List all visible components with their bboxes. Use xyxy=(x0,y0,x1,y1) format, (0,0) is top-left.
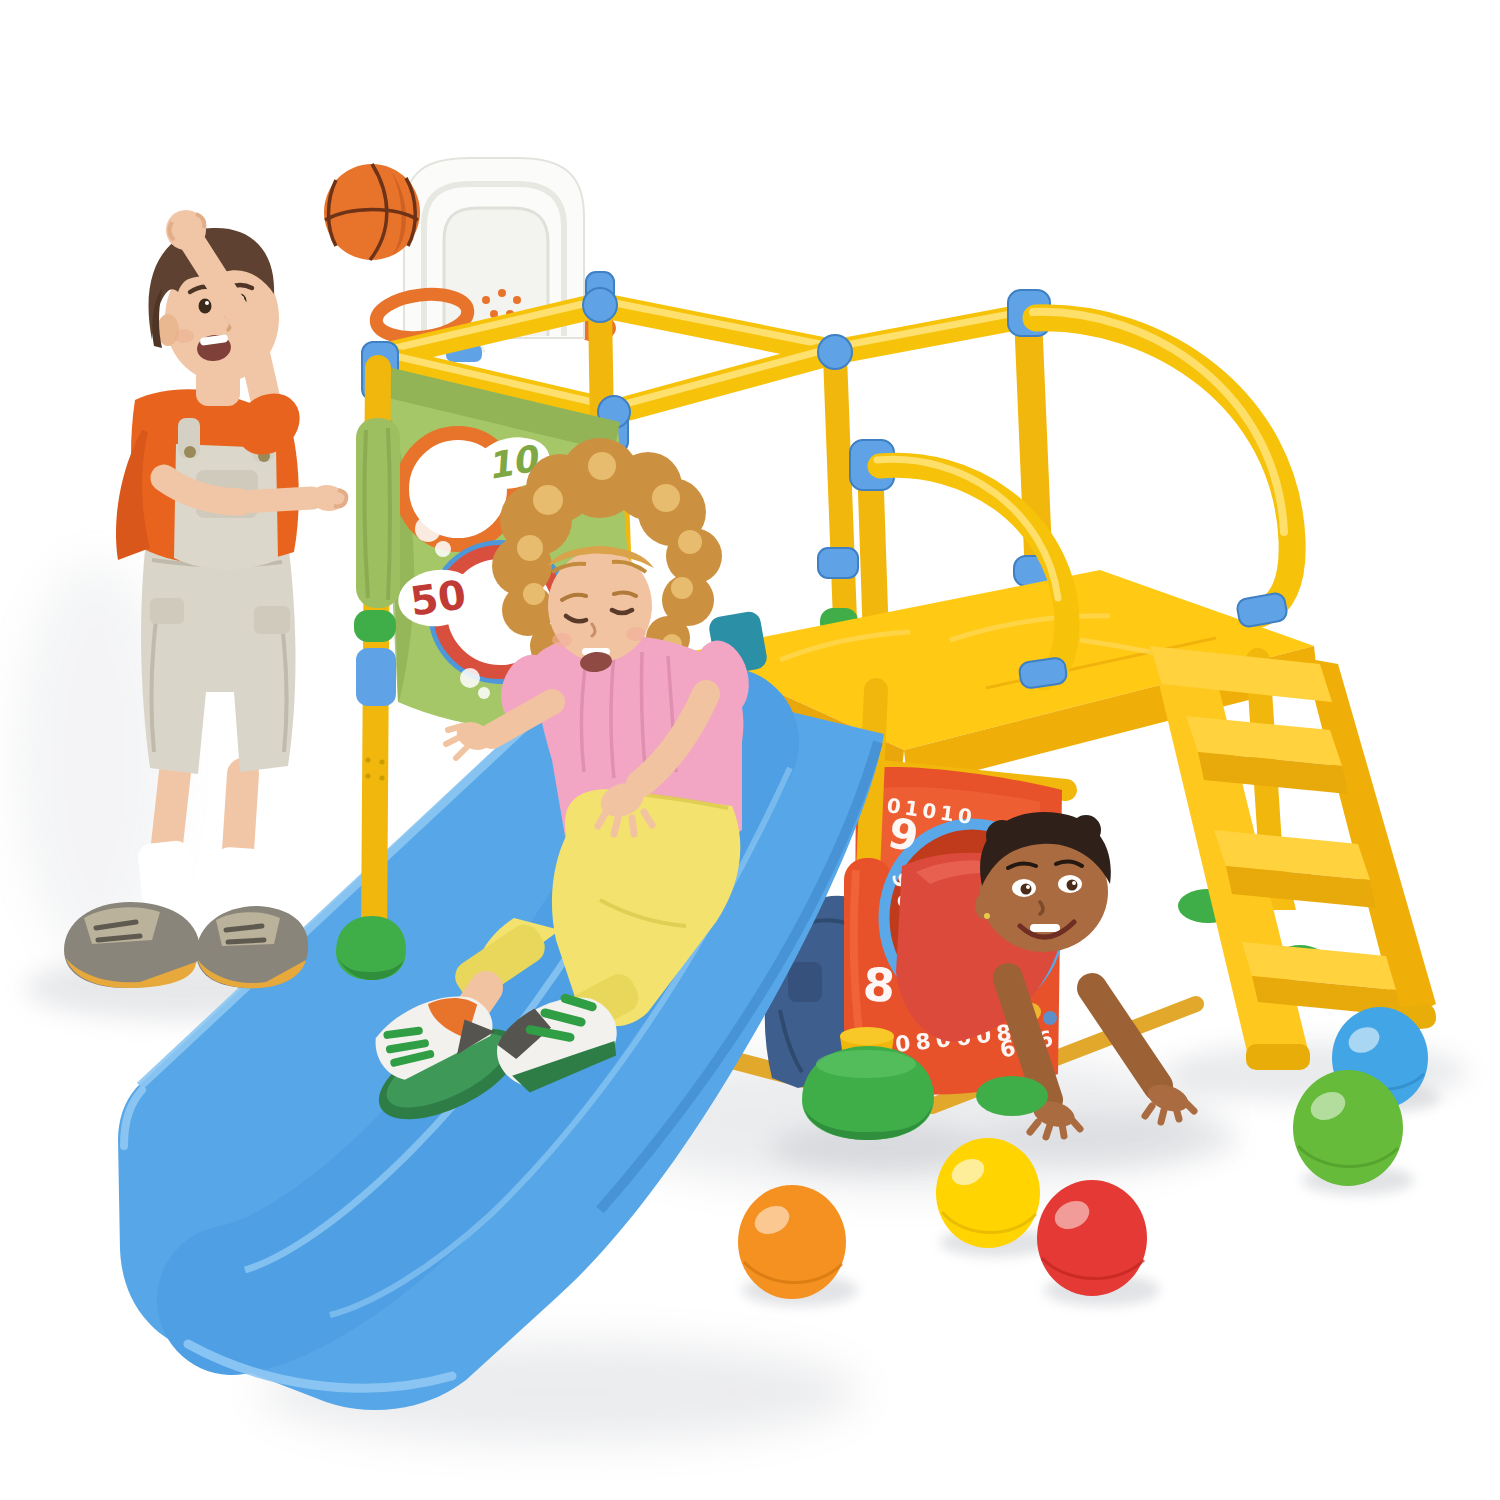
front-foot-small xyxy=(976,1076,1048,1116)
arch-small-foot-connector xyxy=(1018,657,1067,689)
svg-text:8: 8 xyxy=(861,957,897,1013)
boy-shoe-left xyxy=(64,902,200,988)
boy-shoe-right xyxy=(196,906,308,988)
ball-green xyxy=(1293,1070,1403,1186)
play-gym-scene: 10 50 xyxy=(0,0,1500,1500)
ball-yellow xyxy=(936,1138,1040,1248)
ball-red xyxy=(1037,1180,1147,1296)
ball-orange xyxy=(738,1185,846,1299)
product-photo-stage: 10 50 xyxy=(0,0,1500,1500)
basketball xyxy=(324,164,420,260)
target-score-50: 50 xyxy=(407,571,469,624)
arch-large-foot-connector xyxy=(1236,592,1288,628)
boy-overalls-shorts xyxy=(141,540,295,774)
toddler-head xyxy=(975,812,1111,952)
arch-handrail-large xyxy=(1033,312,1292,614)
